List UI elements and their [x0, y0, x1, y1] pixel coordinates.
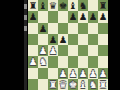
square-g8[interactable] — [88, 0, 98, 11]
piece-black-pawn: ♟ — [78, 11, 88, 22]
square-d4[interactable] — [58, 45, 68, 56]
square-a4[interactable] — [28, 45, 38, 56]
piece-black-rook: ♜ — [98, 0, 108, 11]
square-b4[interactable]: ♟ — [38, 45, 48, 56]
piece-white-rook: ♜ — [98, 79, 108, 90]
piece-white-knight: ♞ — [88, 79, 98, 90]
square-b5[interactable] — [38, 34, 48, 45]
square-b6[interactable]: ♟ — [38, 23, 48, 34]
square-f1[interactable]: ♝ — [78, 79, 88, 90]
square-a8[interactable]: ♜ — [28, 0, 38, 11]
square-d3[interactable] — [58, 56, 68, 67]
piece-black-queen: ♛ — [48, 0, 58, 11]
square-b2[interactable] — [38, 68, 48, 79]
square-f3[interactable] — [78, 56, 88, 67]
square-d2[interactable]: ♟ — [58, 68, 68, 79]
square-g2[interactable]: ♟ — [88, 68, 98, 79]
piece-white-pawn: ♟ — [28, 56, 38, 67]
square-c2[interactable] — [48, 68, 58, 79]
square-h7[interactable]: ♟ — [98, 11, 108, 22]
square-h1[interactable]: ♜ — [98, 79, 108, 90]
square-f6[interactable] — [78, 23, 88, 34]
square-a2[interactable] — [28, 68, 38, 79]
square-c6[interactable] — [48, 23, 58, 34]
square-g1[interactable]: ♞ — [88, 79, 98, 90]
square-h5[interactable] — [98, 34, 108, 45]
square-d8[interactable]: ♚ — [58, 0, 68, 11]
square-b8[interactable]: ♝ — [38, 0, 48, 11]
piece-white-pawn: ♟ — [58, 68, 68, 79]
square-g5[interactable] — [88, 34, 98, 45]
square-c5[interactable]: ♟ — [48, 34, 58, 45]
piece-white-bishop: ♝ — [78, 79, 88, 90]
piece-black-pawn: ♟ — [28, 11, 38, 22]
piece-white-pawn: ♟ — [78, 68, 88, 79]
square-e4[interactable] — [68, 45, 78, 56]
piece-black-pawn: ♟ — [98, 11, 108, 22]
square-h6[interactable] — [98, 23, 108, 34]
square-c4[interactable]: ♟ — [48, 45, 58, 56]
eval-bar — [24, 0, 27, 90]
square-a1[interactable] — [28, 79, 38, 90]
square-c1[interactable]: ♜ — [48, 79, 58, 90]
eval-bar-mark — [24, 26, 27, 31]
square-a5[interactable] — [28, 34, 38, 45]
piece-black-pawn: ♟ — [68, 11, 78, 22]
square-f2[interactable]: ♟ — [78, 68, 88, 79]
square-d7[interactable] — [58, 11, 68, 22]
piece-white-rook: ♜ — [48, 79, 58, 90]
piece-white-pawn: ♟ — [38, 45, 48, 56]
piece-black-bishop: ♝ — [68, 0, 78, 11]
piece-white-king: ♚ — [68, 79, 78, 90]
piece-black-bishop: ♝ — [38, 0, 48, 11]
piece-white-queen: ♛ — [58, 79, 68, 90]
square-e1[interactable]: ♚ — [68, 79, 78, 90]
eval-bar-mark — [24, 4, 27, 9]
square-g3[interactable] — [88, 56, 98, 67]
square-e2[interactable]: ♟ — [68, 68, 78, 79]
screenshot-root: ♜♝♛♚♝♞♜♟♟♟♟♟♟♟♟♟♟♟♞♟♟♟♟♟♜♛♚♝♞♜ — [0, 0, 120, 90]
piece-black-rook: ♜ — [28, 0, 38, 11]
square-a3[interactable]: ♟ — [28, 56, 38, 67]
right-letterbox — [108, 0, 120, 90]
square-a7[interactable]: ♟ — [28, 11, 38, 22]
piece-black-pawn: ♟ — [88, 11, 98, 22]
square-c7[interactable] — [48, 11, 58, 22]
square-g4[interactable] — [88, 45, 98, 56]
piece-black-pawn: ♟ — [58, 34, 68, 45]
piece-white-knight: ♞ — [38, 56, 48, 67]
piece-black-pawn: ♟ — [48, 34, 58, 45]
piece-black-pawn: ♟ — [38, 23, 48, 34]
piece-black-knight: ♞ — [78, 0, 88, 11]
square-h8[interactable]: ♜ — [98, 0, 108, 11]
square-c8[interactable]: ♛ — [48, 0, 58, 11]
piece-black-king: ♚ — [58, 0, 68, 11]
square-h3[interactable] — [98, 56, 108, 67]
square-f7[interactable]: ♟ — [78, 11, 88, 22]
square-b1[interactable] — [38, 79, 48, 90]
square-f8[interactable]: ♞ — [78, 0, 88, 11]
square-c3[interactable] — [48, 56, 58, 67]
square-a6[interactable] — [28, 23, 38, 34]
eval-bar-mark — [24, 15, 27, 20]
square-g6[interactable] — [88, 23, 98, 34]
square-e6[interactable] — [68, 23, 78, 34]
square-f5[interactable] — [78, 34, 88, 45]
square-g7[interactable]: ♟ — [88, 11, 98, 22]
square-d5[interactable]: ♟ — [58, 34, 68, 45]
chess-board: ♜♝♛♚♝♞♜♟♟♟♟♟♟♟♟♟♟♟♞♟♟♟♟♟♜♛♚♝♞♜ — [28, 0, 108, 90]
square-e7[interactable]: ♟ — [68, 11, 78, 22]
piece-white-pawn: ♟ — [68, 68, 78, 79]
square-b3[interactable]: ♞ — [38, 56, 48, 67]
square-e5[interactable] — [68, 34, 78, 45]
square-e3[interactable] — [68, 56, 78, 67]
square-d1[interactable]: ♛ — [58, 79, 68, 90]
square-h4[interactable] — [98, 45, 108, 56]
square-h2[interactable]: ♟ — [98, 68, 108, 79]
square-e8[interactable]: ♝ — [68, 0, 78, 11]
piece-white-pawn: ♟ — [88, 68, 98, 79]
square-b7[interactable] — [38, 11, 48, 22]
piece-white-pawn: ♟ — [48, 45, 58, 56]
piece-white-pawn: ♟ — [98, 68, 108, 79]
square-f4[interactable] — [78, 45, 88, 56]
square-d6[interactable] — [58, 23, 68, 34]
